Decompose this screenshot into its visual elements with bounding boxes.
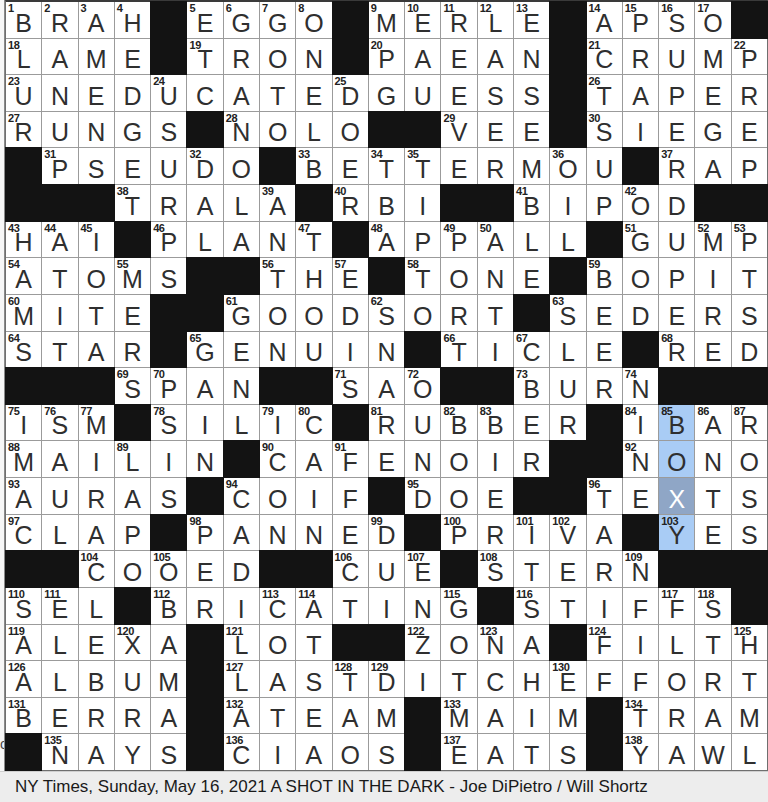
grid-cell[interactable]: I [296,478,331,514]
grid-cell[interactable]: H [296,258,331,294]
grid-cell[interactable]: L [224,405,259,441]
grid-cell[interactable]: 134T [623,698,658,734]
grid-cell[interactable]: 22P [732,39,767,75]
grid-cell[interactable]: 44A [42,222,77,258]
grid-cell[interactable]: E [695,515,730,551]
grid-cell[interactable]: N [296,515,331,551]
grid-cell[interactable]: 136C [224,734,259,770]
grid-cell[interactable]: E [224,332,259,368]
grid-cell[interactable]: E [478,112,513,148]
grid-cell[interactable]: 119A [6,625,41,661]
grid-cell[interactable]: N [369,332,404,368]
grid-cell[interactable]: O [260,478,295,514]
grid-cell[interactable]: A [478,734,513,770]
grid-cell[interactable]: 103Y [659,515,694,551]
grid-cell[interactable]: A [224,75,259,111]
grid-cell[interactable]: P [732,148,767,184]
grid-cell[interactable]: N [260,222,295,258]
grid-cell[interactable]: 8O [296,2,331,38]
grid-cell[interactable]: T [79,295,114,331]
grid-cell[interactable]: 65G [187,332,222,368]
grid-cell[interactable]: R [732,75,767,111]
grid-cell[interactable]: S [732,295,767,331]
grid-cell[interactable]: R [187,588,222,624]
grid-cell[interactable]: A [296,441,331,477]
grid-cell[interactable]: R [478,148,513,184]
grid-cell[interactable]: 26T [587,75,622,111]
selected-cell[interactable]: X [659,478,694,514]
grid-cell[interactable]: S [732,515,767,551]
grid-cell[interactable]: F [623,661,658,697]
grid-cell[interactable]: A [405,39,440,75]
grid-cell[interactable]: T [695,625,730,661]
grid-cell[interactable]: 17O [695,2,730,38]
grid-cell[interactable]: 60M [6,295,41,331]
grid-cell[interactable]: E [623,478,658,514]
grid-cell[interactable]: 61G [224,295,259,331]
grid-cell[interactable]: 135N [42,734,77,770]
grid-cell[interactable]: 15P [623,2,658,38]
grid-cell[interactable]: 39A [260,185,295,221]
grid-cell[interactable]: O [333,112,368,148]
grid-cell[interactable]: 116S [514,588,549,624]
grid-cell[interactable]: L [550,222,585,258]
grid-cell[interactable]: D [732,332,767,368]
grid-cell[interactable]: 126A [6,661,41,697]
grid-cell[interactable]: E [187,551,222,587]
grid-cell[interactable]: 102V [550,515,585,551]
grid-cell[interactable]: I [623,625,658,661]
grid-cell[interactable]: E [79,75,114,111]
grid-cell[interactable]: 77M [79,405,114,441]
grid-cell[interactable]: A [79,332,114,368]
grid-cell[interactable]: M [369,698,404,734]
grid-cell[interactable]: E [115,295,150,331]
grid-cell[interactable]: 23U [6,75,41,111]
grid-cell[interactable]: U [42,112,77,148]
grid-cell[interactable]: A [187,368,222,404]
grid-cell[interactable]: 46P [151,222,186,258]
grid-cell[interactable]: S [151,734,186,770]
grid-cell[interactable]: F [623,588,658,624]
grid-cell[interactable]: 74N [623,368,658,404]
grid-cell[interactable]: 54A [6,258,41,294]
grid-cell[interactable]: 128T [333,661,368,697]
grid-cell[interactable]: 120X [115,625,150,661]
grid-cell[interactable]: I [187,405,222,441]
grid-cell[interactable]: U [659,39,694,75]
grid-cell[interactable]: 19T [187,39,222,75]
grid-cell[interactable]: 114A [296,588,331,624]
grid-cell[interactable]: G [369,75,404,111]
grid-cell[interactable]: I [550,185,585,221]
grid-cell[interactable]: L [659,625,694,661]
grid-cell[interactable]: I [151,441,186,477]
grid-cell[interactable]: N [296,39,331,75]
grid-cell[interactable]: D [623,295,658,331]
grid-cell[interactable]: 49P [441,222,476,258]
grid-cell[interactable]: R [79,698,114,734]
grid-cell[interactable]: 87R [732,405,767,441]
grid-cell[interactable]: N [695,441,730,477]
grid-cell[interactable]: 28N [224,112,259,148]
grid-cell[interactable]: 112B [151,588,186,624]
grid-cell[interactable]: S [151,478,186,514]
grid-cell[interactable]: N [514,39,549,75]
grid-cell[interactable]: 80C [296,405,331,441]
grid-cell[interactable]: L [42,625,77,661]
grid-cell[interactable]: L [42,515,77,551]
grid-cell[interactable]: P [659,75,694,111]
grid-cell[interactable]: O [659,661,694,697]
grid-cell[interactable]: L [79,588,114,624]
grid-cell[interactable]: 95D [405,478,440,514]
grid-cell[interactable]: E [333,515,368,551]
grid-cell[interactable]: 48A [369,222,404,258]
grid-cell[interactable]: A [478,39,513,75]
grid-cell[interactable]: 6G [224,2,259,38]
grid-cell[interactable]: E [514,258,549,294]
grid-cell[interactable]: U [550,368,585,404]
grid-cell[interactable]: 82B [441,405,476,441]
grid-cell[interactable]: E [42,698,77,734]
grid-cell[interactable]: A [514,625,549,661]
grid-cell[interactable]: E [441,148,476,184]
grid-cell[interactable]: 4H [115,2,150,38]
grid-cell[interactable]: I [478,332,513,368]
grid-cell[interactable]: L [514,222,549,258]
grid-cell[interactable]: 104C [79,551,114,587]
grid-cell[interactable]: R [695,295,730,331]
grid-cell[interactable]: N [260,515,295,551]
grid-cell[interactable]: I [514,698,549,734]
grid-cell[interactable]: R [224,39,259,75]
grid-cell[interactable]: A [695,698,730,734]
grid-cell[interactable]: M [79,39,114,75]
grid-cell[interactable]: 3A [79,2,114,38]
grid-cell[interactable]: A [478,698,513,734]
grid-cell[interactable]: E [514,405,549,441]
grid-cell[interactable]: T [478,295,513,331]
grid-cell[interactable]: R [659,698,694,734]
grid-cell[interactable]: S [732,478,767,514]
grid-cell[interactable]: 107E [405,551,440,587]
grid-cell[interactable]: 123N [478,625,513,661]
grid-cell[interactable]: C [478,661,513,697]
grid-cell[interactable]: 124F [587,625,622,661]
grid-cell[interactable]: 84I [623,405,658,441]
grid-cell[interactable]: N [260,332,295,368]
grid-cell[interactable]: P [587,185,622,221]
grid-cell[interactable]: R [623,39,658,75]
grid-cell[interactable]: E [587,295,622,331]
grid-cell[interactable]: 21C [587,39,622,75]
grid-cell[interactable]: R [79,478,114,514]
grid-cell[interactable]: U [405,75,440,111]
grid-cell[interactable]: B [79,661,114,697]
grid-cell[interactable]: T [732,258,767,294]
grid-cell[interactable]: U [42,478,77,514]
grid-cell[interactable]: 59B [587,258,622,294]
grid-cell[interactable]: G [695,112,730,148]
grid-cell[interactable]: L [296,112,331,148]
grid-cell[interactable]: A [659,734,694,770]
grid-cell[interactable]: D [659,185,694,221]
grid-cell[interactable]: S [478,75,513,111]
grid-cell[interactable]: 125H [732,625,767,661]
grid-cell[interactable]: O [441,258,476,294]
grid-cell[interactable]: 62S [369,295,404,331]
grid-cell[interactable]: 57E [333,258,368,294]
grid-cell[interactable]: N [42,75,77,111]
grid-cell[interactable]: A [79,515,114,551]
grid-cell[interactable]: A [623,75,658,111]
grid-cell[interactable]: 58T [405,258,440,294]
grid-cell[interactable]: A [79,734,114,770]
grid-cell[interactable]: 100P [441,515,476,551]
grid-cell[interactable]: 110S [6,588,41,624]
grid-cell[interactable]: D [115,75,150,111]
grid-cell[interactable]: E [478,478,513,514]
grid-cell[interactable]: 14A [587,2,622,38]
grid-cell[interactable]: 138Y [623,734,658,770]
grid-cell[interactable]: 51G [623,222,658,258]
grid-cell[interactable]: 81R [369,405,404,441]
grid-cell[interactable]: O [115,551,150,587]
grid-cell[interactable]: R [115,332,150,368]
grid-cell[interactable]: 88M [6,441,41,477]
grid-cell[interactable]: 111E [42,588,77,624]
grid-cell[interactable]: F [333,478,368,514]
grid-cell[interactable]: 130E [550,661,585,697]
grid-cell[interactable]: 137E [441,734,476,770]
grid-cell[interactable]: 131B [6,698,41,734]
grid-cell[interactable]: 56T [260,258,295,294]
grid-cell[interactable]: E [115,39,150,75]
grid-cell[interactable]: 89L [115,441,150,477]
grid-cell[interactable]: 47T [296,222,331,258]
grid-cell[interactable]: 55M [115,258,150,294]
grid-cell[interactable]: O [441,625,476,661]
grid-cell[interactable]: L [224,185,259,221]
grid-cell[interactable]: 127L [224,661,259,697]
grid-cell[interactable]: 31P [42,148,77,184]
grid-cell[interactable]: O [260,39,295,75]
grid-cell[interactable]: 68R [659,332,694,368]
grid-cell[interactable]: T [550,588,585,624]
grid-cell[interactable]: U [659,222,694,258]
grid-cell[interactable]: E [732,112,767,148]
grid-cell[interactable]: 25D [333,75,368,111]
grid-cell[interactable]: 53P [732,222,767,258]
grid-cell[interactable]: S [296,661,331,697]
grid-cell[interactable]: 32D [187,148,222,184]
grid-cell[interactable]: I [405,185,440,221]
grid-cell[interactable]: 99D [369,515,404,551]
grid-cell[interactable]: A [115,478,150,514]
grid-cell[interactable]: 37R [659,148,694,184]
grid-cell[interactable]: N [224,368,259,404]
grid-cell[interactable]: 118S [695,588,730,624]
grid-cell[interactable]: N [187,441,222,477]
grid-cell[interactable]: 106C [333,551,368,587]
grid-cell[interactable]: O [623,258,658,294]
grid-cell[interactable]: R [514,441,549,477]
grid-cell[interactable]: S [369,734,404,770]
grid-cell[interactable]: 11R [441,2,476,38]
grid-cell[interactable]: 117F [659,588,694,624]
grid-cell[interactable]: O [659,441,694,477]
grid-cell[interactable]: 10E [405,2,440,38]
grid-cell[interactable]: S [151,112,186,148]
grid-cell[interactable]: E [369,441,404,477]
grid-cell[interactable]: 133M [441,698,476,734]
grid-cell[interactable]: Y [115,734,150,770]
grid-cell[interactable]: 79I [260,405,295,441]
grid-cell[interactable]: O [260,625,295,661]
grid-cell[interactable]: E [514,112,549,148]
grid-cell[interactable]: 132A [224,698,259,734]
grid-cell[interactable]: 67C [514,332,549,368]
grid-cell[interactable]: U [296,332,331,368]
grid-cell[interactable]: S [514,75,549,111]
grid-cell[interactable]: O [296,295,331,331]
grid-cell[interactable]: U [405,405,440,441]
grid-cell[interactable]: 30S [587,112,622,148]
grid-cell[interactable]: R [695,661,730,697]
grid-cell[interactable]: N [405,441,440,477]
grid-cell[interactable]: T [695,478,730,514]
grid-cell[interactable]: U [369,551,404,587]
grid-cell[interactable]: A [151,698,186,734]
grid-cell[interactable]: N [478,258,513,294]
grid-cell[interactable]: O [79,258,114,294]
grid-cell[interactable]: E [296,75,331,111]
grid-cell[interactable]: A [695,148,730,184]
grid-cell[interactable]: 40R [333,185,368,221]
grid-cell[interactable]: 121L [224,625,259,661]
grid-cell[interactable]: F [587,661,622,697]
grid-cell[interactable]: M [550,698,585,734]
grid-cell[interactable]: 71S [333,368,368,404]
grid-cell[interactable]: I [224,588,259,624]
grid-cell[interactable]: C [187,75,222,111]
grid-cell[interactable]: T [260,75,295,111]
grid-cell[interactable]: 105O [151,551,186,587]
grid-cell[interactable]: 1B [6,2,41,38]
grid-cell[interactable]: M [151,661,186,697]
grid-cell[interactable]: U [151,148,186,184]
grid-cell[interactable]: T [260,698,295,734]
grid-cell[interactable]: E [333,148,368,184]
grid-cell[interactable]: T [441,661,476,697]
grid-cell[interactable]: I [42,295,77,331]
grid-cell[interactable]: A [333,698,368,734]
grid-cell[interactable]: 96T [587,478,622,514]
grid-cell[interactable]: T [296,625,331,661]
grid-cell[interactable]: R [441,295,476,331]
grid-cell[interactable]: L [732,734,767,770]
grid-cell[interactable]: M [732,698,767,734]
grid-cell[interactable]: I [260,734,295,770]
grid-cell[interactable]: 5E [187,2,222,38]
grid-cell[interactable]: A [260,661,295,697]
grid-cell[interactable]: M [695,39,730,75]
grid-cell[interactable]: 90C [260,441,295,477]
grid-cell[interactable]: O [260,295,295,331]
grid-cell[interactable]: 85B [659,405,694,441]
grid-cell[interactable]: T [42,332,77,368]
grid-cell[interactable]: 16S [659,2,694,38]
grid-cell[interactable]: N [405,588,440,624]
grid-cell[interactable]: P [115,515,150,551]
grid-cell[interactable]: 63S [550,295,585,331]
grid-cell[interactable]: O [224,148,259,184]
grid-cell[interactable]: S [151,258,186,294]
grid-cell[interactable]: L [42,661,77,697]
grid-cell[interactable]: T [514,551,549,587]
grid-cell[interactable]: G [115,112,150,148]
grid-cell[interactable]: 115G [441,588,476,624]
grid-cell[interactable]: 91F [333,441,368,477]
grid-cell[interactable]: P [659,258,694,294]
grid-cell[interactable]: 45I [79,222,114,258]
grid-cell[interactable]: E [115,148,150,184]
grid-cell[interactable]: E [695,75,730,111]
grid-cell[interactable]: 36O [550,148,585,184]
grid-cell[interactable]: 94C [224,478,259,514]
grid-cell[interactable]: A [151,625,186,661]
grid-cell[interactable]: 72O [405,368,440,404]
grid-cell[interactable]: A [296,734,331,770]
grid-cell[interactable]: I [695,258,730,294]
grid-cell[interactable]: W [695,734,730,770]
grid-cell[interactable]: R [115,698,150,734]
grid-cell[interactable]: A [42,441,77,477]
grid-cell[interactable]: R [478,515,513,551]
grid-cell[interactable]: 113C [260,588,295,624]
grid-cell[interactable]: 109N [623,551,658,587]
grid-cell[interactable]: 70P [151,368,186,404]
grid-cell[interactable]: O [441,478,476,514]
grid-cell[interactable]: E [441,39,476,75]
grid-cell[interactable]: S [79,148,114,184]
grid-cell[interactable]: 20P [369,39,404,75]
grid-cell[interactable]: N [79,112,114,148]
grid-cell[interactable]: O [441,441,476,477]
grid-cell[interactable]: 86A [695,405,730,441]
grid-cell[interactable]: 66T [441,332,476,368]
grid-cell[interactable]: 9M [369,2,404,38]
grid-cell[interactable]: 34T [369,148,404,184]
grid-cell[interactable]: A [224,515,259,551]
grid-cell[interactable]: 75I [6,405,41,441]
grid-cell[interactable]: 43H [6,222,41,258]
grid-cell[interactable]: A [187,185,222,221]
grid-cell[interactable]: R [587,551,622,587]
grid-cell[interactable]: 33B [296,148,331,184]
grid-cell[interactable]: O [333,734,368,770]
grid-cell[interactable]: 35T [405,148,440,184]
grid-cell[interactable]: 52M [695,222,730,258]
grid-cell[interactable]: T [333,588,368,624]
grid-cell[interactable]: 73B [514,368,549,404]
grid-cell[interactable]: R [151,185,186,221]
grid-cell[interactable]: 50A [478,222,513,258]
grid-cell[interactable]: I [369,588,404,624]
grid-cell[interactable]: E [659,295,694,331]
grid-cell[interactable]: 13E [514,2,549,38]
